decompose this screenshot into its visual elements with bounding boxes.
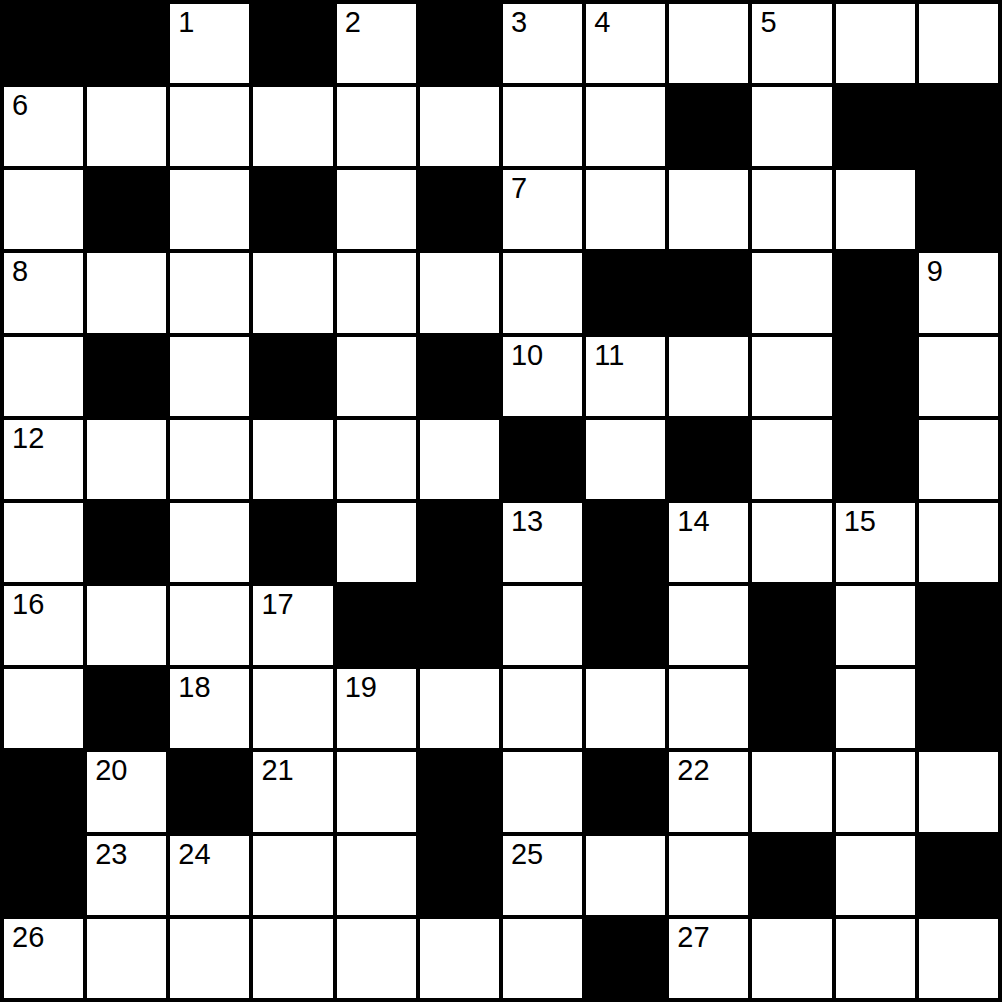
clue-number: 8: [12, 257, 28, 286]
white-square[interactable]: [170, 503, 249, 582]
clue-number: 24: [178, 840, 210, 869]
white-square[interactable]: [669, 586, 748, 665]
white-square[interactable]: [919, 420, 998, 499]
clue-number: 1: [178, 8, 194, 37]
white-square[interactable]: [4, 337, 83, 416]
black-square: [669, 420, 748, 499]
clue-number: 14: [677, 507, 709, 536]
black-square: [4, 836, 83, 915]
black-square: [836, 420, 915, 499]
black-square: [87, 337, 166, 416]
black-square: [919, 87, 998, 166]
black-square: [586, 503, 665, 582]
white-square[interactable]: [836, 4, 915, 83]
white-square[interactable]: 23: [87, 836, 166, 915]
white-square[interactable]: 14: [669, 503, 748, 582]
white-square[interactable]: [919, 752, 998, 831]
white-square[interactable]: [337, 420, 416, 499]
white-square[interactable]: [919, 337, 998, 416]
black-square: [253, 170, 332, 249]
white-square[interactable]: [586, 170, 665, 249]
black-square: [337, 586, 416, 665]
clue-number: 21: [261, 756, 293, 785]
black-square: [586, 586, 665, 665]
clue-number: 2: [345, 8, 361, 37]
black-square: [420, 170, 499, 249]
white-square[interactable]: 3: [503, 4, 582, 83]
white-square[interactable]: [669, 669, 748, 748]
white-square[interactable]: [170, 420, 249, 499]
white-square[interactable]: 11: [586, 337, 665, 416]
white-square[interactable]: [337, 836, 416, 915]
white-square[interactable]: [337, 503, 416, 582]
white-square[interactable]: [503, 87, 582, 166]
white-square[interactable]: [669, 836, 748, 915]
white-square[interactable]: 24: [170, 836, 249, 915]
white-square[interactable]: [669, 170, 748, 249]
white-square[interactable]: 6: [4, 87, 83, 166]
white-square[interactable]: [170, 170, 249, 249]
black-square: [253, 503, 332, 582]
white-square[interactable]: [586, 836, 665, 915]
white-square[interactable]: [420, 87, 499, 166]
white-square[interactable]: [752, 253, 831, 332]
white-square[interactable]: 19: [337, 669, 416, 748]
white-square[interactable]: [669, 4, 748, 83]
white-square[interactable]: 25: [503, 836, 582, 915]
white-square[interactable]: 10: [503, 337, 582, 416]
clue-number: 22: [677, 756, 709, 785]
white-square[interactable]: [87, 919, 166, 998]
white-square[interactable]: [752, 503, 831, 582]
white-square[interactable]: [253, 87, 332, 166]
white-square[interactable]: 1: [170, 4, 249, 83]
white-square[interactable]: [836, 586, 915, 665]
clue-number: 23: [95, 840, 127, 869]
white-square[interactable]: [170, 586, 249, 665]
white-square[interactable]: [503, 919, 582, 998]
white-square[interactable]: [253, 420, 332, 499]
white-square[interactable]: [836, 836, 915, 915]
clue-number: 26: [12, 923, 44, 952]
black-square: [170, 752, 249, 831]
white-square[interactable]: [337, 170, 416, 249]
white-square[interactable]: 26: [4, 919, 83, 998]
white-square[interactable]: [503, 253, 582, 332]
clue-number: 13: [511, 507, 543, 536]
clue-number: 4: [594, 8, 610, 37]
clue-number: 19: [345, 673, 377, 702]
clue-number: 11: [594, 341, 624, 370]
white-square[interactable]: 20: [87, 752, 166, 831]
white-square[interactable]: [586, 420, 665, 499]
black-square: [4, 752, 83, 831]
white-square[interactable]: 8: [4, 253, 83, 332]
white-square[interactable]: 7: [503, 170, 582, 249]
white-square[interactable]: [752, 752, 831, 831]
clue-number: 15: [844, 507, 876, 536]
white-square[interactable]: [253, 253, 332, 332]
white-square[interactable]: [836, 170, 915, 249]
white-square[interactable]: [337, 87, 416, 166]
white-square[interactable]: 27: [669, 919, 748, 998]
white-square[interactable]: 15: [836, 503, 915, 582]
clue-number: 9: [927, 257, 943, 286]
white-square[interactable]: [420, 919, 499, 998]
black-square: [4, 4, 83, 83]
white-square[interactable]: [836, 669, 915, 748]
black-square: [919, 669, 998, 748]
white-square[interactable]: [337, 752, 416, 831]
clue-number: 17: [261, 590, 293, 619]
black-square: [420, 503, 499, 582]
black-square: [919, 836, 998, 915]
black-square: [752, 586, 831, 665]
white-square[interactable]: 22: [669, 752, 748, 831]
black-square: [420, 337, 499, 416]
white-square[interactable]: [836, 919, 915, 998]
white-square[interactable]: [170, 253, 249, 332]
white-square[interactable]: [919, 919, 998, 998]
white-square[interactable]: [87, 420, 166, 499]
white-square[interactable]: [253, 836, 332, 915]
white-square[interactable]: 13: [503, 503, 582, 582]
white-square[interactable]: 16: [4, 586, 83, 665]
white-square[interactable]: [420, 253, 499, 332]
clue-number: 18: [178, 673, 210, 702]
white-square[interactable]: [253, 919, 332, 998]
white-square[interactable]: [87, 586, 166, 665]
black-square: [420, 586, 499, 665]
black-square: [87, 170, 166, 249]
white-square[interactable]: [337, 919, 416, 998]
black-square: [253, 337, 332, 416]
crossword-grid: 1234567891011121314151617181920212223242…: [0, 0, 1002, 1002]
white-square[interactable]: [586, 87, 665, 166]
black-square: [669, 87, 748, 166]
clue-number: 25: [511, 840, 543, 869]
white-square[interactable]: [253, 669, 332, 748]
clue-number: 27: [677, 923, 709, 952]
white-square[interactable]: [836, 752, 915, 831]
black-square: [586, 253, 665, 332]
white-square[interactable]: 4: [586, 4, 665, 83]
white-square[interactable]: [420, 420, 499, 499]
white-square[interactable]: [4, 669, 83, 748]
black-square: [253, 4, 332, 83]
black-square: [669, 253, 748, 332]
white-square[interactable]: [337, 337, 416, 416]
black-square: [919, 170, 998, 249]
clue-number: 5: [760, 8, 776, 37]
white-square[interactable]: [4, 170, 83, 249]
white-square[interactable]: [170, 919, 249, 998]
white-square[interactable]: 12: [4, 420, 83, 499]
black-square: [752, 669, 831, 748]
clue-number: 3: [511, 8, 527, 37]
white-square[interactable]: [170, 87, 249, 166]
black-square: [420, 4, 499, 83]
clue-number: 6: [12, 91, 28, 120]
white-square[interactable]: [87, 87, 166, 166]
white-square[interactable]: [503, 752, 582, 831]
black-square: [87, 503, 166, 582]
white-square[interactable]: [752, 87, 831, 166]
white-square[interactable]: [752, 919, 831, 998]
white-square[interactable]: [4, 503, 83, 582]
clue-number: 10: [511, 341, 543, 370]
white-square[interactable]: [337, 253, 416, 332]
clue-number: 16: [12, 590, 44, 619]
black-square: [836, 253, 915, 332]
white-square[interactable]: [420, 669, 499, 748]
black-square: [752, 836, 831, 915]
black-square: [87, 4, 166, 83]
black-square: [420, 836, 499, 915]
black-square: [586, 919, 665, 998]
white-square[interactable]: [919, 503, 998, 582]
white-square[interactable]: [503, 586, 582, 665]
black-square: [87, 669, 166, 748]
white-square[interactable]: 5: [752, 4, 831, 83]
white-square[interactable]: 9: [919, 253, 998, 332]
black-square: [836, 87, 915, 166]
white-square[interactable]: [503, 669, 582, 748]
white-square[interactable]: [586, 669, 665, 748]
white-square[interactable]: 2: [337, 4, 416, 83]
black-square: [586, 752, 665, 831]
white-square[interactable]: [752, 170, 831, 249]
white-square[interactable]: [752, 337, 831, 416]
white-square[interactable]: 17: [253, 586, 332, 665]
white-square[interactable]: [87, 253, 166, 332]
white-square[interactable]: 21: [253, 752, 332, 831]
white-square[interactable]: 18: [170, 669, 249, 748]
black-square: [420, 752, 499, 831]
black-square: [836, 337, 915, 416]
white-square[interactable]: [669, 337, 748, 416]
clue-number: 12: [12, 424, 44, 453]
clue-number: 20: [95, 756, 127, 785]
black-square: [503, 420, 582, 499]
white-square[interactable]: [919, 4, 998, 83]
clue-number: 7: [511, 174, 527, 203]
white-square[interactable]: [170, 337, 249, 416]
black-square: [919, 586, 998, 665]
white-square[interactable]: [752, 420, 831, 499]
